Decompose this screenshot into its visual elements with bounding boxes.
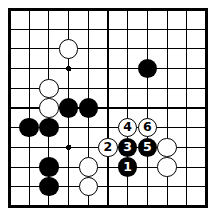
black-stone[interactable]	[138, 59, 157, 78]
move-number: 6	[143, 121, 152, 134]
board-intersection	[137, 59, 157, 79]
board-intersection: 6	[137, 118, 157, 138]
white-stone[interactable]	[59, 39, 78, 58]
black-stone[interactable]	[79, 98, 98, 117]
white-stone[interactable]	[79, 157, 98, 176]
white-stone[interactable]	[39, 98, 58, 117]
black-stone-move-1[interactable]: 1	[118, 157, 137, 176]
move-number: 2	[104, 141, 113, 154]
move-number: 3	[123, 141, 132, 154]
black-stone[interactable]	[39, 157, 58, 176]
white-stone[interactable]	[39, 79, 58, 98]
black-stone[interactable]	[59, 98, 78, 117]
board-intersection: 3	[118, 137, 138, 157]
black-stone[interactable]	[19, 118, 38, 137]
go-diagram: 462351	[0, 0, 220, 220]
black-stone-move-3[interactable]: 3	[118, 138, 137, 157]
board-intersection	[157, 157, 177, 177]
board-intersection	[19, 118, 39, 138]
white-stone-move-2[interactable]: 2	[98, 138, 117, 157]
board-intersection	[39, 177, 59, 197]
board-intersection	[157, 137, 177, 157]
black-stone-move-5[interactable]: 5	[138, 138, 157, 157]
black-stone[interactable]	[39, 118, 58, 137]
board-intersection: 2	[98, 137, 118, 157]
board-intersection: 5	[137, 137, 157, 157]
board-intersection	[59, 98, 79, 118]
white-stone[interactable]	[157, 157, 176, 176]
board-intersection: 1	[118, 157, 138, 177]
white-stone[interactable]	[79, 177, 98, 196]
move-number: 5	[143, 141, 152, 154]
white-stone-move-4[interactable]: 4	[118, 118, 137, 137]
board-intersection	[39, 118, 59, 138]
board-intersection	[39, 78, 59, 98]
move-number: 1	[123, 160, 132, 173]
board-intersection	[59, 39, 79, 59]
white-stone-move-6[interactable]: 6	[138, 118, 157, 137]
board-intersection	[78, 98, 98, 118]
board-intersection: 4	[118, 118, 138, 138]
board-intersection	[39, 157, 59, 177]
board-intersection	[39, 98, 59, 118]
board-intersection	[78, 177, 98, 197]
move-number: 4	[123, 121, 132, 134]
go-board[interactable]: 462351	[0, 0, 216, 216]
black-stone[interactable]	[39, 177, 58, 196]
board-intersection	[78, 157, 98, 177]
white-stone[interactable]	[157, 138, 176, 157]
